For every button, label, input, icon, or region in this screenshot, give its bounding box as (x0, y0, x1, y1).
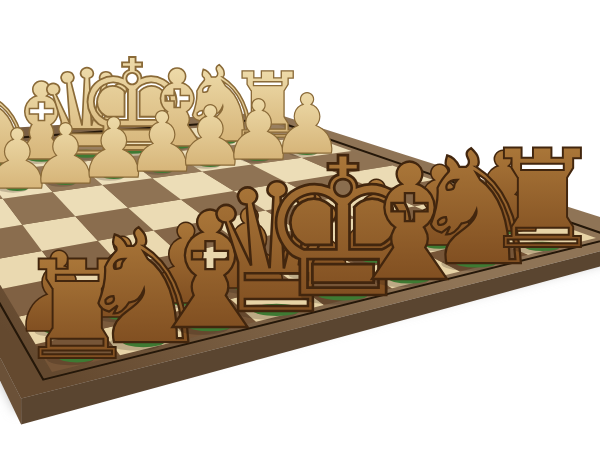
piece-dark-rook[interactable]: ♜ (481, 120, 600, 279)
chess-board: ♜♞♝♛♚♝♞♜♟♟♟♟♟♟♟♟♟♟♟♟♟♟♟♟♜♞♝♛♚♝♞♜ (0, 0, 600, 451)
board-pieces: ♜♞♝♛♚♝♞♜♟♟♟♟♟♟♟♟♟♟♟♟♟♟♟♟♜♞♝♛♚♝♞♜ (0, 32, 600, 391)
dark-rook-glyph: ♜ (481, 120, 600, 279)
chess-set-photo: ♜♞♝♛♚♝♞♜♟♟♟♟♟♟♟♟♟♟♟♟♟♟♟♟♜♞♝♛♚♝♞♜ (0, 0, 600, 451)
